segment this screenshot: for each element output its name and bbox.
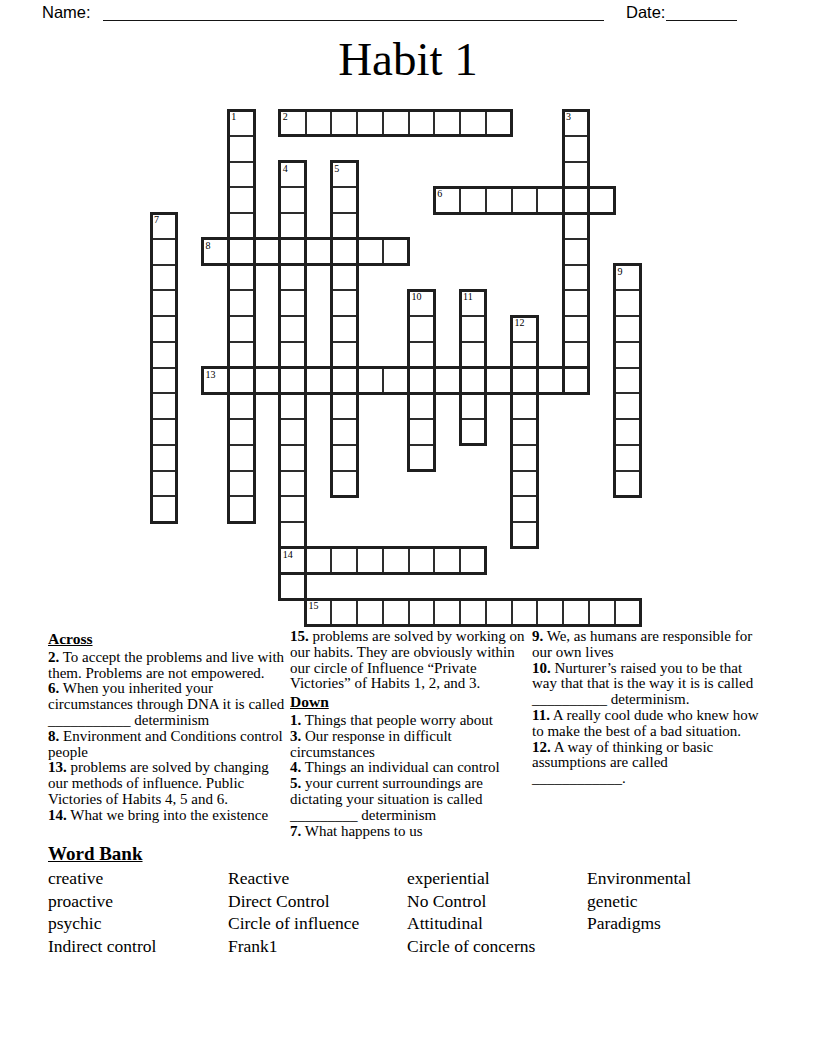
cell-clue-number: 4 — [283, 163, 288, 174]
grid-cell[interactable] — [253, 367, 281, 395]
word-bank-item: genetic — [587, 890, 691, 913]
grid-cell[interactable] — [330, 547, 358, 575]
grid-cell[interactable] — [408, 341, 436, 369]
grid-cell[interactable] — [150, 315, 178, 343]
grid-cell[interactable] — [485, 367, 513, 395]
grid-cell[interactable] — [356, 367, 384, 395]
grid-cell[interactable] — [279, 573, 307, 601]
grid-cell[interactable] — [614, 418, 642, 446]
grid-cell[interactable] — [227, 315, 255, 343]
grid-cell[interactable] — [511, 521, 539, 549]
grid-cell[interactable] — [459, 315, 487, 343]
grid-cell[interactable] — [227, 135, 255, 163]
grid-cell[interactable] — [536, 598, 564, 626]
grid-cell[interactable] — [382, 547, 410, 575]
crossword-grid: 123456789101112131415 — [151, 110, 641, 626]
word-bank-item: creative — [48, 867, 156, 890]
grid-cell[interactable] — [330, 341, 358, 369]
grid-cell[interactable] — [330, 444, 358, 472]
grid-cell[interactable] — [150, 289, 178, 317]
grid-cell[interactable] — [459, 186, 487, 214]
clue-down-4: 4. Things an individual can control — [290, 760, 534, 776]
grid-cell[interactable] — [459, 418, 487, 446]
grid-cell[interactable]: 3 — [562, 109, 590, 137]
grid-cell[interactable]: 4 — [279, 161, 307, 189]
grid-cell[interactable] — [382, 367, 410, 395]
cell-clue-number: 11 — [463, 291, 473, 302]
clues-column-3: 9. We, as humans are responsible for our… — [532, 629, 765, 787]
grid-cell[interactable] — [330, 109, 358, 137]
name-label: Name: — [42, 3, 91, 21]
word-bank-heading: Word Bank — [48, 843, 143, 865]
grid-cell[interactable] — [279, 186, 307, 214]
grid-cell[interactable] — [485, 109, 513, 137]
word-bank-column-4: EnvironmentalgeneticParadigms — [587, 867, 691, 935]
word-bank-column-2: ReactiveDirect ControlCircle of influenc… — [228, 867, 359, 958]
grid-cell[interactable] — [459, 598, 487, 626]
grid-cell[interactable] — [382, 598, 410, 626]
grid-cell[interactable] — [279, 264, 307, 292]
grid-cell[interactable] — [150, 444, 178, 472]
grid-cell[interactable] — [227, 418, 255, 446]
grid-cell[interactable]: 5 — [330, 161, 358, 189]
word-bank-column-3: experientialNo ControlAttitudinalCircle … — [407, 867, 535, 958]
grid-cell[interactable]: 12 — [511, 315, 539, 343]
grid-cell[interactable] — [330, 315, 358, 343]
grid-cell[interactable] — [536, 186, 564, 214]
grid-cell[interactable] — [382, 109, 410, 137]
grid-cell[interactable]: 8 — [202, 238, 230, 266]
grid-cell[interactable] — [356, 598, 384, 626]
grid-cell[interactable] — [459, 392, 487, 420]
grid-cell[interactable] — [279, 392, 307, 420]
grid-cell[interactable] — [330, 264, 358, 292]
grid-cell[interactable] — [562, 289, 590, 317]
grid-cell[interactable] — [562, 598, 590, 626]
grid-cell[interactable] — [459, 109, 487, 137]
grid-cell[interactable]: 13 — [202, 367, 230, 395]
grid-cell[interactable] — [330, 392, 358, 420]
grid-cell[interactable] — [227, 186, 255, 214]
grid-cell[interactable] — [433, 547, 461, 575]
grid-cell[interactable]: 11 — [459, 289, 487, 317]
grid-cell[interactable] — [562, 238, 590, 266]
grid-cell[interactable] — [562, 212, 590, 240]
grid-cell[interactable]: 7 — [150, 212, 178, 240]
grid-cell[interactable] — [227, 264, 255, 292]
grid-cell[interactable] — [150, 367, 178, 395]
grid-cell[interactable] — [562, 135, 590, 163]
grid-cell[interactable] — [227, 444, 255, 472]
grid-cell[interactable] — [227, 470, 255, 498]
grid-cell[interactable] — [227, 161, 255, 189]
grid-cell[interactable] — [150, 341, 178, 369]
grid-cell[interactable] — [614, 289, 642, 317]
grid-cell[interactable] — [279, 367, 307, 395]
grid-cell[interactable] — [279, 418, 307, 446]
grid-cell[interactable] — [330, 470, 358, 498]
clue-down-7: 7. What happens to us — [290, 824, 534, 840]
word-bank-item: proactive — [48, 890, 156, 913]
grid-cell[interactable] — [408, 392, 436, 420]
word-bank-item: No Control — [407, 890, 535, 913]
worksheet-page: Name: Date: Habit 1 12345678910111213141… — [0, 0, 816, 1056]
grid-cell[interactable] — [433, 109, 461, 137]
grid-cell[interactable] — [279, 289, 307, 317]
clue-across-13: 13. problems are solved by changing our … — [48, 760, 288, 807]
grid-cell[interactable] — [150, 470, 178, 498]
grid-cell[interactable] — [511, 418, 539, 446]
grid-cell[interactable] — [511, 392, 539, 420]
grid-cell[interactable] — [562, 367, 590, 395]
grid-cell[interactable] — [408, 315, 436, 343]
date-label: Date: — [626, 3, 665, 21]
grid-cell[interactable] — [227, 289, 255, 317]
grid-cell[interactable] — [356, 109, 384, 137]
clue-across-14: 14. What we bring into the existence — [48, 808, 288, 824]
grid-cell[interactable] — [408, 367, 436, 395]
grid-cell[interactable] — [305, 109, 333, 137]
grid-cell[interactable] — [536, 367, 564, 395]
grid-cell[interactable] — [330, 212, 358, 240]
grid-cell[interactable] — [150, 264, 178, 292]
grid-cell[interactable] — [279, 238, 307, 266]
grid-cell[interactable] — [408, 109, 436, 137]
grid-cell[interactable] — [330, 598, 358, 626]
grid-cell[interactable] — [511, 186, 539, 214]
grid-cell[interactable] — [330, 367, 358, 395]
name-blank-line — [103, 20, 604, 21]
cell-clue-number: 3 — [566, 111, 571, 122]
cell-clue-number: 10 — [412, 291, 422, 302]
cell-clue-number: 8 — [206, 240, 211, 251]
grid-cell[interactable] — [330, 186, 358, 214]
clue-down-3: 3. Our response in difficult circumstanc… — [290, 729, 534, 761]
grid-cell[interactable] — [562, 186, 590, 214]
word-bank-item: Attitudinal — [407, 912, 535, 935]
grid-cell[interactable] — [511, 470, 539, 498]
word-bank-item: Indirect control — [48, 935, 156, 958]
grid-cell[interactable] — [305, 238, 333, 266]
cell-clue-number: 1 — [231, 111, 236, 122]
grid-cell[interactable] — [588, 598, 616, 626]
grid-cell[interactable] — [279, 341, 307, 369]
grid-cell[interactable] — [433, 367, 461, 395]
grid-cell[interactable] — [382, 238, 410, 266]
clues-column-2: 15. problems are solved by working on ou… — [290, 629, 534, 839]
word-bank-item: Environmental — [587, 867, 691, 890]
word-bank-item: Direct Control — [228, 890, 359, 913]
word-bank-item: Reactive — [228, 867, 359, 890]
grid-cell[interactable] — [614, 315, 642, 343]
clues-heading-across: Across — [48, 631, 288, 647]
grid-cell[interactable] — [227, 367, 255, 395]
grid-cell[interactable] — [330, 289, 358, 317]
grid-cell[interactable] — [227, 212, 255, 240]
clue-down-12: 12. A way of thinking or basic assumptio… — [532, 740, 765, 787]
clue-across-15: 15. problems are solved by working on ou… — [290, 629, 534, 692]
grid-cell[interactable] — [485, 598, 513, 626]
clue-across-8: 8. Environment and Conditions control pe… — [48, 729, 288, 761]
grid-cell[interactable]: 2 — [279, 109, 307, 137]
word-bank-item: Paradigms — [587, 912, 691, 935]
word-bank-item: Frank1 — [228, 935, 359, 958]
cell-clue-number: 5 — [334, 163, 339, 174]
grid-cell[interactable] — [150, 495, 178, 523]
grid-cell[interactable] — [279, 521, 307, 549]
cell-clue-number: 6 — [437, 188, 442, 199]
grid-cell[interactable] — [227, 238, 255, 266]
grid-cell[interactable] — [485, 186, 513, 214]
grid-cell[interactable] — [279, 495, 307, 523]
grid-cell[interactable] — [614, 444, 642, 472]
grid-cell[interactable] — [511, 598, 539, 626]
grid-cell[interactable] — [588, 186, 616, 214]
grid-cell[interactable] — [562, 264, 590, 292]
grid-cell[interactable]: 10 — [408, 289, 436, 317]
grid-cell[interactable] — [614, 470, 642, 498]
grid-cell[interactable] — [408, 418, 436, 446]
grid-cell[interactable] — [305, 547, 333, 575]
grid-cell[interactable] — [459, 547, 487, 575]
word-bank-item: experiential — [407, 867, 535, 890]
word-bank-item: psychic — [48, 912, 156, 935]
word-bank-item: Circle of influence — [228, 912, 359, 935]
grid-cell[interactable] — [408, 547, 436, 575]
grid-cell[interactable] — [562, 161, 590, 189]
grid-cell[interactable] — [330, 238, 358, 266]
grid-cell[interactable]: 6 — [433, 186, 461, 214]
grid-cell[interactable] — [562, 315, 590, 343]
grid-cell[interactable] — [305, 367, 333, 395]
cell-clue-number: 2 — [283, 111, 288, 122]
cell-clue-number: 13 — [206, 369, 216, 380]
grid-cell[interactable] — [408, 444, 436, 472]
cell-clue-number: 14 — [283, 549, 293, 560]
grid-cell[interactable] — [279, 444, 307, 472]
word-bank-item: Circle of concerns — [407, 935, 535, 958]
grid-cell[interactable] — [433, 598, 461, 626]
grid-cell[interactable] — [150, 238, 178, 266]
grid-cell[interactable] — [511, 341, 539, 369]
grid-cell[interactable]: 15 — [305, 598, 333, 626]
grid-cell[interactable] — [279, 315, 307, 343]
word-bank-column-1: creativeproactivepsychicIndirect control — [48, 867, 156, 958]
clue-down-9: 9. We, as humans are responsible for our… — [532, 629, 765, 661]
clue-across-2: 2. To accept the problems and live with … — [48, 650, 288, 682]
grid-cell[interactable] — [227, 392, 255, 420]
grid-cell[interactable] — [459, 367, 487, 395]
grid-cell[interactable]: 1 — [227, 109, 255, 137]
clue-across-6: 6. When you inherited your circumstances… — [48, 681, 288, 728]
cell-clue-number: 15 — [309, 600, 319, 611]
grid-cell[interactable]: 9 — [614, 264, 642, 292]
grid-cell[interactable] — [150, 392, 178, 420]
grid-cell[interactable] — [330, 418, 358, 446]
grid-cell[interactable] — [614, 367, 642, 395]
grid-cell[interactable] — [614, 341, 642, 369]
grid-cell[interactable] — [150, 418, 178, 446]
grid-cell[interactable]: 14 — [279, 547, 307, 575]
grid-cell[interactable] — [408, 598, 436, 626]
clues-column-1: Across2. To accept the problems and live… — [48, 629, 288, 824]
page-title: Habit 1 — [0, 33, 816, 85]
grid-cell[interactable] — [511, 444, 539, 472]
clue-down-10: 10. Nurturer’s raised you to be that way… — [532, 661, 765, 708]
cell-clue-number: 9 — [618, 266, 623, 277]
grid-cell[interactable] — [279, 470, 307, 498]
date-blank-line — [666, 20, 737, 21]
cell-clue-number: 12 — [515, 317, 525, 328]
grid-cell[interactable] — [562, 341, 590, 369]
clues-heading-down: Down — [290, 694, 534, 710]
grid-cell[interactable] — [253, 238, 281, 266]
grid-cell[interactable] — [279, 212, 307, 240]
grid-cell[interactable] — [511, 495, 539, 523]
grid-cell[interactable] — [614, 598, 642, 626]
grid-cell[interactable] — [356, 547, 384, 575]
grid-cell[interactable] — [227, 341, 255, 369]
grid-cell[interactable] — [459, 341, 487, 369]
clue-down-5: 5. your current surroundings are dictati… — [290, 776, 534, 823]
grid-cell[interactable] — [511, 367, 539, 395]
cell-clue-number: 7 — [154, 214, 159, 225]
clue-down-1: 1. Things that people worry about — [290, 713, 534, 729]
clue-down-11: 11. A really cool dude who knew how to m… — [532, 708, 765, 740]
grid-cell[interactable] — [356, 238, 384, 266]
grid-cell[interactable] — [227, 495, 255, 523]
grid-cell[interactable] — [614, 392, 642, 420]
